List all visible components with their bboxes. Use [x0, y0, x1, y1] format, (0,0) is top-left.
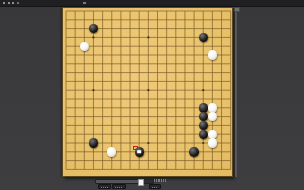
star-point [92, 36, 94, 38]
board-grid [63, 8, 234, 178]
stone-black-D4 [89, 138, 98, 147]
menu-bar [0, 0, 304, 7]
menu-icon-3[interactable] [12, 2, 14, 4]
last-move-marker [137, 150, 141, 154]
stone-white-F3 [107, 147, 116, 156]
app-window [0, 0, 304, 190]
nav-button-1[interactable] [98, 184, 112, 189]
stone-black-Q6 [199, 121, 208, 130]
stone-black-Q5 [199, 130, 208, 139]
stone-black-P3 [189, 147, 198, 156]
nav-button-1-label [101, 187, 109, 189]
nav-button-2-label [115, 187, 123, 189]
star-point [202, 89, 204, 91]
star-point [147, 89, 149, 91]
star-point [92, 89, 94, 91]
menu-icon-4[interactable] [17, 2, 19, 4]
stone-white-R4 [208, 138, 217, 147]
go-board[interactable] [62, 7, 233, 177]
nav-button-2[interactable] [112, 184, 126, 189]
stone-white-R14 [208, 50, 217, 59]
stone-black-J3 [135, 147, 144, 156]
menu-icon-1[interactable] [3, 2, 5, 4]
scroll-up-button[interactable] [234, 7, 240, 12]
nav-button-3-label [152, 187, 158, 189]
menu-icon-2[interactable] [8, 2, 10, 4]
star-point [202, 142, 204, 144]
scrollbar-strip[interactable] [235, 8, 237, 177]
stone-white-C15 [80, 42, 89, 51]
menu-item-dot[interactable] [83, 2, 86, 4]
star-point [147, 36, 149, 38]
move-counter [154, 179, 167, 183]
nav-button-3[interactable] [149, 184, 161, 189]
star-point [147, 142, 149, 144]
slider-thumb-handle[interactable] [138, 179, 144, 185]
stone-black-Q16 [199, 33, 208, 42]
cursor-marker [133, 146, 138, 151]
